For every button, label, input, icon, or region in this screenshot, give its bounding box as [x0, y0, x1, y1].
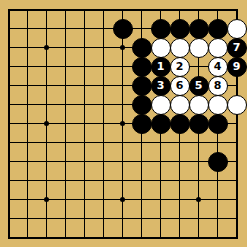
grid-line-horizontal: [9, 142, 238, 144]
black-stone[interactable]: [113, 19, 133, 39]
move-stone-5[interactable]: 5: [189, 76, 209, 96]
white-stone[interactable]: [170, 95, 190, 115]
move-number: 4: [214, 61, 222, 72]
go-diagram: 712493658: [0, 0, 247, 247]
move-stone-9[interactable]: 9: [227, 57, 247, 77]
black-stone[interactable]: [132, 76, 152, 96]
star-point: [44, 121, 49, 126]
white-stone[interactable]: [227, 95, 247, 115]
grid-line-horizontal: [9, 180, 238, 182]
white-stone[interactable]: [208, 38, 228, 58]
black-stone[interactable]: [151, 19, 171, 39]
black-stone[interactable]: [132, 57, 152, 77]
move-stone-8[interactable]: 8: [208, 76, 228, 96]
move-stone-7[interactable]: 7: [227, 38, 247, 58]
move-stone-1[interactable]: 1: [151, 57, 171, 77]
black-stone[interactable]: [132, 114, 152, 134]
black-stone[interactable]: [189, 114, 209, 134]
move-number: 8: [214, 80, 222, 91]
move-number: 2: [176, 61, 184, 72]
white-stone[interactable]: [151, 38, 171, 58]
move-number: 3: [157, 80, 165, 91]
white-stone[interactable]: [189, 38, 209, 58]
move-stone-4[interactable]: 4: [208, 57, 228, 77]
move-number: 6: [176, 80, 184, 91]
move-stone-6[interactable]: 6: [170, 76, 190, 96]
star-point: [120, 121, 125, 126]
black-stone[interactable]: [132, 38, 152, 58]
move-stone-3[interactable]: 3: [151, 76, 171, 96]
grid-line-horizontal: [9, 218, 238, 220]
move-number: 9: [233, 61, 241, 72]
white-stone[interactable]: [170, 38, 190, 58]
white-stone[interactable]: [227, 19, 247, 39]
star-point: [120, 197, 125, 202]
move-number: 5: [195, 80, 203, 91]
star-point: [44, 45, 49, 50]
star-point: [120, 45, 125, 50]
black-stone[interactable]: [170, 114, 190, 134]
star-point: [44, 197, 49, 202]
black-stone[interactable]: [208, 19, 228, 39]
white-stone[interactable]: [151, 95, 171, 115]
white-stone[interactable]: [208, 95, 228, 115]
grid-line-horizontal: [9, 161, 238, 163]
black-stone[interactable]: [208, 152, 228, 172]
star-point: [196, 197, 201, 202]
black-stone[interactable]: [132, 95, 152, 115]
white-stone[interactable]: [189, 95, 209, 115]
black-stone[interactable]: [170, 19, 190, 39]
move-number: 1: [157, 61, 165, 72]
black-stone[interactable]: [189, 19, 209, 39]
move-stone-2[interactable]: 2: [170, 57, 190, 77]
move-number: 7: [233, 42, 241, 53]
black-stone[interactable]: [208, 114, 228, 134]
black-stone[interactable]: [151, 114, 171, 134]
